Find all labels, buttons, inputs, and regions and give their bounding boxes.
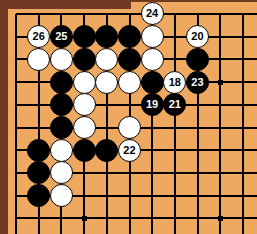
intersection — [50, 207, 73, 230]
intersection — [232, 25, 255, 48]
intersection — [209, 93, 232, 116]
stone-white — [50, 139, 73, 162]
intersection — [5, 161, 28, 184]
stone-number: 22 — [123, 145, 135, 156]
intersection — [95, 71, 118, 94]
intersection — [232, 3, 255, 26]
intersection — [209, 184, 232, 207]
intersection — [209, 116, 232, 139]
intersection — [163, 116, 186, 139]
intersection — [5, 25, 28, 48]
stone-white — [73, 71, 96, 94]
intersection — [50, 139, 73, 162]
stone-black: 23 — [186, 71, 209, 94]
intersection — [5, 93, 28, 116]
intersection: 22 — [118, 139, 141, 162]
intersection — [186, 161, 209, 184]
intersection — [5, 3, 28, 26]
intersection — [50, 93, 73, 116]
stone-white — [50, 184, 73, 207]
stone-black: 25 — [50, 25, 73, 48]
intersection — [163, 3, 186, 26]
intersection — [27, 161, 50, 184]
intersection — [95, 161, 118, 184]
stone-black — [186, 48, 209, 71]
intersection — [95, 184, 118, 207]
intersection — [73, 93, 96, 116]
intersection — [163, 161, 186, 184]
stone-white — [118, 71, 141, 94]
intersection — [141, 161, 164, 184]
intersection — [232, 71, 255, 94]
stone-white — [141, 48, 164, 71]
stone-black — [118, 48, 141, 71]
stone-layer: 242625201823192122 — [5, 3, 255, 230]
intersection — [50, 48, 73, 71]
intersection — [141, 48, 164, 71]
intersection — [73, 48, 96, 71]
intersection — [209, 207, 232, 230]
intersection — [73, 3, 96, 26]
intersection — [27, 207, 50, 230]
stone-black — [118, 25, 141, 48]
stone-number: 21 — [169, 99, 181, 110]
stone-white: 26 — [27, 25, 50, 48]
stone-number: 20 — [191, 31, 203, 42]
intersection — [163, 139, 186, 162]
intersection — [27, 3, 50, 26]
intersection — [27, 48, 50, 71]
intersection — [118, 207, 141, 230]
intersection — [5, 207, 28, 230]
intersection: 18 — [163, 71, 186, 94]
intersection — [163, 48, 186, 71]
stone-black — [95, 139, 118, 162]
intersection — [50, 71, 73, 94]
star-point — [82, 216, 87, 221]
stone-number: 26 — [33, 31, 45, 42]
intersection — [118, 25, 141, 48]
intersection — [27, 139, 50, 162]
go-board: 242625201823192122 — [0, 0, 257, 234]
intersection: 19 — [141, 93, 164, 116]
intersection — [186, 48, 209, 71]
intersection — [118, 93, 141, 116]
stone-black — [50, 93, 73, 116]
intersection — [50, 184, 73, 207]
intersection — [95, 3, 118, 26]
star-point — [218, 216, 223, 221]
stone-number: 19 — [146, 99, 158, 110]
intersection — [186, 207, 209, 230]
intersection — [5, 71, 28, 94]
stone-black — [50, 71, 73, 94]
intersection — [95, 93, 118, 116]
intersection — [5, 139, 28, 162]
stone-white: 24 — [141, 2, 164, 25]
intersection — [232, 139, 255, 162]
intersection: 21 — [163, 93, 186, 116]
intersection — [141, 71, 164, 94]
intersection — [163, 184, 186, 207]
stone-number: 25 — [55, 31, 67, 42]
stone-white — [73, 93, 96, 116]
intersection — [163, 25, 186, 48]
intersection — [50, 116, 73, 139]
stone-black — [27, 161, 50, 184]
intersection: 20 — [186, 25, 209, 48]
intersection — [209, 161, 232, 184]
intersection — [95, 207, 118, 230]
intersection — [163, 207, 186, 230]
intersection: 24 — [141, 3, 164, 26]
intersection — [27, 184, 50, 207]
intersection — [5, 184, 28, 207]
intersection — [232, 93, 255, 116]
intersection — [141, 207, 164, 230]
intersection — [73, 184, 96, 207]
intersection — [232, 116, 255, 139]
stone-number: 23 — [191, 77, 203, 88]
intersection — [209, 71, 232, 94]
intersection — [95, 25, 118, 48]
intersection — [118, 184, 141, 207]
stone-white: 20 — [186, 25, 209, 48]
stone-white — [50, 161, 73, 184]
intersection — [141, 139, 164, 162]
stone-white — [95, 48, 118, 71]
intersection — [118, 71, 141, 94]
intersection — [73, 161, 96, 184]
stone-white — [73, 116, 96, 139]
intersection — [50, 161, 73, 184]
intersection — [186, 3, 209, 26]
intersection — [209, 3, 232, 26]
intersection — [232, 48, 255, 71]
intersection — [73, 139, 96, 162]
stone-black — [95, 25, 118, 48]
intersection — [95, 48, 118, 71]
stone-black — [73, 25, 96, 48]
stone-number: 24 — [146, 8, 158, 19]
stone-black — [50, 116, 73, 139]
intersection — [141, 116, 164, 139]
stone-black: 19 — [141, 93, 164, 116]
intersection — [186, 93, 209, 116]
intersection — [118, 3, 141, 26]
stone-white — [141, 25, 164, 48]
intersection — [73, 116, 96, 139]
intersection — [118, 48, 141, 71]
intersection — [27, 116, 50, 139]
stone-white — [50, 48, 73, 71]
intersection — [27, 71, 50, 94]
intersection — [209, 139, 232, 162]
star-point — [218, 80, 223, 85]
intersection — [141, 184, 164, 207]
intersection — [186, 116, 209, 139]
intersection — [95, 116, 118, 139]
stone-white: 22 — [118, 139, 141, 162]
intersection — [141, 25, 164, 48]
intersection — [186, 139, 209, 162]
intersection — [73, 25, 96, 48]
intersection — [5, 116, 28, 139]
stone-black — [73, 139, 96, 162]
stone-black — [27, 139, 50, 162]
intersection — [27, 93, 50, 116]
stone-black — [73, 48, 96, 71]
intersection — [50, 3, 73, 26]
intersection — [5, 48, 28, 71]
intersection: 23 — [186, 71, 209, 94]
intersection — [73, 71, 96, 94]
intersection: 26 — [27, 25, 50, 48]
stone-white — [27, 48, 50, 71]
intersection — [232, 184, 255, 207]
intersection — [186, 184, 209, 207]
stone-white: 18 — [163, 71, 186, 94]
intersection — [73, 207, 96, 230]
intersection — [95, 139, 118, 162]
intersection: 25 — [50, 25, 73, 48]
intersection — [118, 161, 141, 184]
intersection — [209, 48, 232, 71]
stone-black: 21 — [163, 93, 186, 116]
stone-white — [118, 116, 141, 139]
intersection — [118, 116, 141, 139]
intersection — [209, 25, 232, 48]
stone-black — [27, 184, 50, 207]
intersection — [232, 161, 255, 184]
stone-black — [141, 71, 164, 94]
stone-number: 18 — [169, 77, 181, 88]
stone-white — [95, 71, 118, 94]
intersection — [232, 207, 255, 230]
